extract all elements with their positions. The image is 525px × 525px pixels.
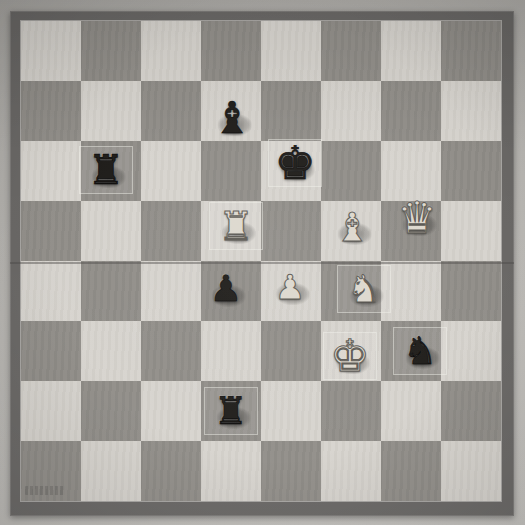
- square-c2[interactable]: [141, 381, 201, 441]
- black-bishop-glyph: ♝: [212, 96, 251, 140]
- square-c6[interactable]: [141, 141, 201, 201]
- square-g1[interactable]: [381, 441, 441, 501]
- white-pawn-glyph: ♟: [275, 270, 305, 304]
- square-f8[interactable]: [321, 21, 381, 81]
- square-b1[interactable]: [81, 441, 141, 501]
- square-b5[interactable]: [81, 201, 141, 261]
- white-queen-glyph: ♛: [397, 196, 436, 240]
- black-rook-glyph: ♜: [88, 150, 125, 191]
- square-e5[interactable]: [261, 201, 321, 261]
- square-b7[interactable]: [81, 81, 141, 141]
- square-e2[interactable]: [261, 381, 321, 441]
- square-a8[interactable]: [21, 21, 81, 81]
- white-pawn-e4[interactable]: ♟: [262, 259, 318, 315]
- square-a3[interactable]: [21, 321, 81, 381]
- white-knight-glyph: ♞: [347, 270, 381, 308]
- chess-board-photo: ♝♚♜♜♝♛♟♟♞♚♞♜: [0, 0, 525, 525]
- square-a4[interactable]: [21, 261, 81, 321]
- square-c3[interactable]: [141, 321, 201, 381]
- square-f1[interactable]: [321, 441, 381, 501]
- square-e3[interactable]: [261, 321, 321, 381]
- black-pawn-glyph: ♟: [210, 271, 242, 307]
- white-king-glyph: ♚: [330, 334, 369, 378]
- white-king-f3[interactable]: ♚: [322, 328, 378, 384]
- white-rook-d5[interactable]: ♜: [208, 198, 264, 254]
- square-c4[interactable]: [141, 261, 201, 321]
- square-d8[interactable]: [201, 21, 261, 81]
- square-g7[interactable]: [381, 81, 441, 141]
- square-a5[interactable]: [21, 201, 81, 261]
- square-b2[interactable]: [81, 381, 141, 441]
- chess-board: ♝♚♜♜♝♛♟♟♞♚♞♜: [21, 21, 501, 501]
- square-d6[interactable]: [201, 141, 261, 201]
- square-f6[interactable]: [321, 141, 381, 201]
- black-king-glyph: ♚: [274, 140, 315, 186]
- square-a2[interactable]: [21, 381, 81, 441]
- white-knight-f4[interactable]: ♞: [336, 261, 392, 317]
- black-rook-glyph: ♜: [214, 392, 248, 430]
- square-e1[interactable]: [261, 441, 321, 501]
- square-c8[interactable]: [141, 21, 201, 81]
- square-e8[interactable]: [261, 21, 321, 81]
- black-rook-d2[interactable]: ♜: [203, 383, 259, 439]
- black-knight-g3[interactable]: ♞: [392, 323, 448, 379]
- square-b4[interactable]: [81, 261, 141, 321]
- square-c5[interactable]: [141, 201, 201, 261]
- square-b8[interactable]: [81, 21, 141, 81]
- square-b3[interactable]: [81, 321, 141, 381]
- black-knight-glyph: ♞: [403, 332, 437, 370]
- square-d3[interactable]: [201, 321, 261, 381]
- square-h5[interactable]: [441, 201, 501, 261]
- black-bishop-d7[interactable]: ♝: [204, 90, 260, 146]
- square-g8[interactable]: [381, 21, 441, 81]
- black-king-e6[interactable]: ♚: [267, 135, 323, 191]
- square-h8[interactable]: [441, 21, 501, 81]
- square-h7[interactable]: [441, 81, 501, 141]
- square-h3[interactable]: [441, 321, 501, 381]
- square-h6[interactable]: [441, 141, 501, 201]
- white-rook-glyph: ♜: [218, 206, 254, 246]
- white-queen-g5[interactable]: ♛: [389, 190, 445, 246]
- white-bishop-glyph: ♝: [334, 207, 370, 247]
- square-g2[interactable]: [381, 381, 441, 441]
- square-c7[interactable]: [141, 81, 201, 141]
- square-a6[interactable]: [21, 141, 81, 201]
- square-f7[interactable]: [321, 81, 381, 141]
- square-e7[interactable]: [261, 81, 321, 141]
- square-a7[interactable]: [21, 81, 81, 141]
- square-d1[interactable]: [201, 441, 261, 501]
- square-h2[interactable]: [441, 381, 501, 441]
- white-bishop-f5[interactable]: ♝: [324, 199, 380, 255]
- square-f2[interactable]: [321, 381, 381, 441]
- square-h4[interactable]: [441, 261, 501, 321]
- black-pawn-d4[interactable]: ♟: [198, 261, 254, 317]
- square-a1[interactable]: [21, 441, 81, 501]
- black-rook-b6[interactable]: ♜: [78, 142, 134, 198]
- square-c1[interactable]: [141, 441, 201, 501]
- square-h1[interactable]: [441, 441, 501, 501]
